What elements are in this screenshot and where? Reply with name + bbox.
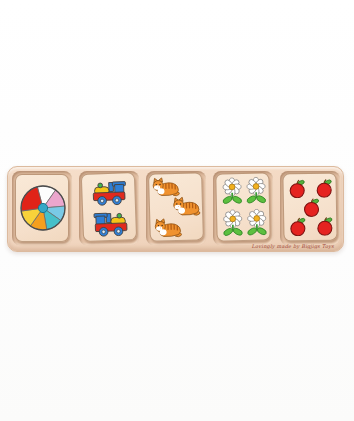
slot-3-cats[interactable] [146,171,206,245]
photo-background: Lovingly made by Bigjigs Toys [0,0,354,421]
cat-icon [152,217,184,238]
daisy-flower-icon [219,176,243,204]
train-icon [88,178,131,206]
daisy-flower-icon [244,208,268,236]
slot-1-ball[interactable] [12,171,72,245]
tile-trains[interactable] [80,172,136,242]
brand-text: Lovingly made by Bigjigs Toys [252,243,334,249]
apple-icon [289,217,306,236]
cat-icon [150,176,182,197]
tile-flowers[interactable] [215,172,270,241]
tile-apples[interactable] [282,172,337,241]
slot-5-apples[interactable] [280,171,340,245]
apple-icon [316,216,333,235]
tile-ball[interactable] [15,174,69,242]
apple-icon [315,178,332,197]
slot-4-flowers[interactable] [213,171,273,245]
puzzle-board: Lovingly made by Bigjigs Toys [7,166,344,252]
train-icon [89,209,132,237]
cat-icon [170,196,202,217]
apple-icon [302,197,319,216]
daisy-flower-icon [243,176,267,204]
tile-cats[interactable] [148,172,204,241]
apple-icon [288,179,305,198]
beach-ball-icon [19,184,67,232]
slot-2-trains[interactable] [79,171,139,245]
daisy-flower-icon [220,208,244,236]
